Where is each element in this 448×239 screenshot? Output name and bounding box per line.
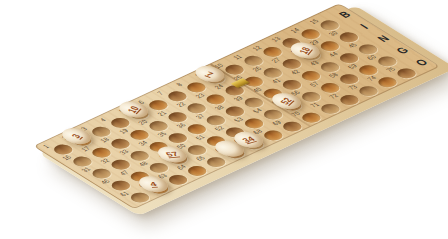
bingo-board: 123456789101112131415B161718192021222324… [33, 3, 440, 209]
ball-number: 34 [240, 135, 257, 144]
ball-number: 4 [149, 181, 159, 188]
hole[interactable] [127, 191, 153, 205]
ball-number: 18 [297, 46, 313, 56]
hole-number: 1 [41, 144, 50, 149]
ball-number: 57 [164, 151, 180, 159]
ball-number: 3 [70, 133, 84, 140]
ball-number: 10 [126, 105, 142, 115]
ball-number: 7 [205, 70, 215, 78]
hole-number: 61 [118, 191, 130, 198]
board-scene: 123456789101112131415B161718192021222324… [33, 3, 440, 209]
hole-number: 46 [99, 179, 111, 186]
ball-number: 52 [278, 96, 294, 106]
photo-stage: 123456789101112131415B161718192021222324… [0, 0, 448, 239]
hole-number: 16 [61, 155, 73, 162]
hole-number: 31 [80, 167, 92, 174]
